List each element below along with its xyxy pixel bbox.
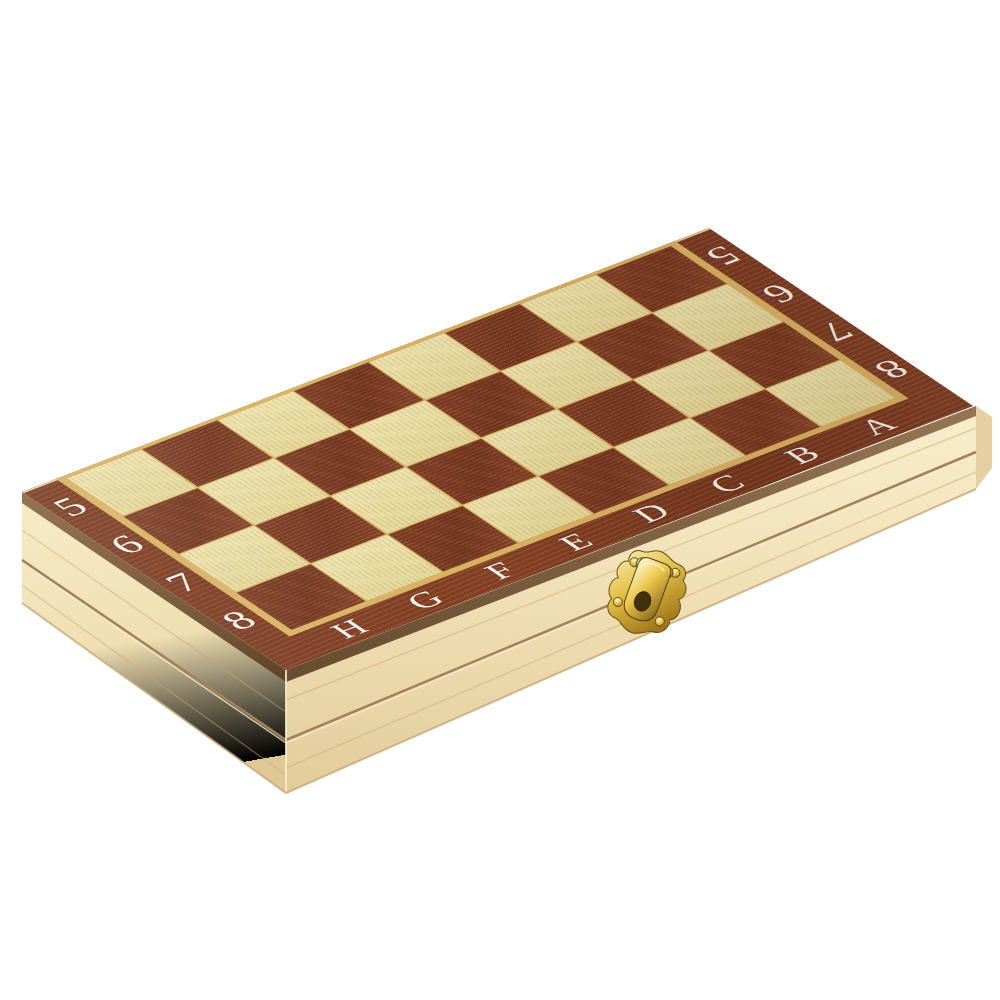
box-side-right-sliver bbox=[976, 406, 992, 489]
chess-box-photo: 5678 5678 HGFEDCBA bbox=[0, 0, 1000, 1000]
